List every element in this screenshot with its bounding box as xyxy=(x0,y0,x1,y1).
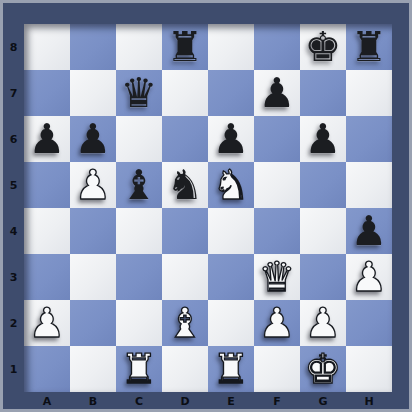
file-label-e: E xyxy=(208,393,254,409)
black-pawn-f7[interactable]: ♟ xyxy=(259,70,296,116)
square-c4[interactable] xyxy=(116,208,162,254)
square-g3[interactable] xyxy=(300,254,346,300)
white-rook-e1[interactable]: ♜ xyxy=(213,346,250,392)
white-pawn-b5[interactable]: ♟ xyxy=(75,162,112,208)
white-pawn-f2[interactable]: ♟ xyxy=(259,300,296,346)
square-a4[interactable] xyxy=(24,208,70,254)
square-f2[interactable]: ♟ xyxy=(254,300,300,346)
square-d1[interactable] xyxy=(162,346,208,392)
square-g7[interactable] xyxy=(300,70,346,116)
square-b4[interactable] xyxy=(70,208,116,254)
rank-label-2: 2 xyxy=(3,300,24,346)
white-pawn-a2[interactable]: ♟ xyxy=(29,300,66,346)
white-knight-e5[interactable]: ♞ xyxy=(213,162,250,208)
square-c6[interactable] xyxy=(116,116,162,162)
square-d4[interactable] xyxy=(162,208,208,254)
square-h5[interactable] xyxy=(346,162,392,208)
black-king-g8[interactable]: ♚ xyxy=(305,24,342,70)
square-a7[interactable] xyxy=(24,70,70,116)
square-h4[interactable]: ♟ xyxy=(346,208,392,254)
white-pawn-h3[interactable]: ♟ xyxy=(351,254,388,300)
square-f7[interactable]: ♟ xyxy=(254,70,300,116)
board-frame: 8 7 6 5 4 3 2 1 ♜♚♜♛♟♟♟♟♟♟♝♞♞♟♛♟♟♝♟♟♜♜♚ … xyxy=(0,0,412,412)
square-c7[interactable]: ♛ xyxy=(116,70,162,116)
square-h8[interactable]: ♜ xyxy=(346,24,392,70)
square-c3[interactable] xyxy=(116,254,162,300)
black-knight-d5[interactable]: ♞ xyxy=(167,162,204,208)
square-g6[interactable]: ♟ xyxy=(300,116,346,162)
square-a8[interactable] xyxy=(24,24,70,70)
square-g4[interactable] xyxy=(300,208,346,254)
file-label-g: G xyxy=(300,393,346,409)
square-e4[interactable] xyxy=(208,208,254,254)
square-c2[interactable] xyxy=(116,300,162,346)
square-c1[interactable]: ♜ xyxy=(116,346,162,392)
square-e6[interactable]: ♟ xyxy=(208,116,254,162)
square-f6[interactable] xyxy=(254,116,300,162)
square-a2[interactable]: ♟ xyxy=(24,300,70,346)
square-d5[interactable]: ♞ xyxy=(162,162,208,208)
square-b5[interactable]: ♟ xyxy=(70,162,116,208)
square-h7[interactable] xyxy=(346,70,392,116)
square-b8[interactable] xyxy=(70,24,116,70)
square-h1[interactable] xyxy=(346,346,392,392)
rank-label-4: 4 xyxy=(3,208,24,254)
file-label-c: C xyxy=(116,393,162,409)
white-rook-c1[interactable]: ♜ xyxy=(121,346,158,392)
white-king-g1[interactable]: ♚ xyxy=(305,346,342,392)
square-d7[interactable] xyxy=(162,70,208,116)
square-e3[interactable] xyxy=(208,254,254,300)
file-label-f: F xyxy=(254,393,300,409)
black-bishop-c5[interactable]: ♝ xyxy=(121,162,158,208)
square-e1[interactable]: ♜ xyxy=(208,346,254,392)
square-b1[interactable] xyxy=(70,346,116,392)
white-bishop-d2[interactable]: ♝ xyxy=(167,300,204,346)
rank-label-8: 8 xyxy=(3,24,24,70)
square-d6[interactable] xyxy=(162,116,208,162)
white-queen-f3[interactable]: ♛ xyxy=(259,254,296,300)
black-queen-c7[interactable]: ♛ xyxy=(121,70,158,116)
square-g1[interactable]: ♚ xyxy=(300,346,346,392)
square-d3[interactable] xyxy=(162,254,208,300)
rank-label-5: 5 xyxy=(3,162,24,208)
square-a1[interactable] xyxy=(24,346,70,392)
black-pawn-b6[interactable]: ♟ xyxy=(75,116,112,162)
square-f8[interactable] xyxy=(254,24,300,70)
square-f3[interactable]: ♛ xyxy=(254,254,300,300)
square-c8[interactable] xyxy=(116,24,162,70)
square-g2[interactable]: ♟ xyxy=(300,300,346,346)
rank-label-1: 1 xyxy=(3,346,24,392)
rank-label-3: 3 xyxy=(3,254,24,300)
square-g5[interactable] xyxy=(300,162,346,208)
square-e8[interactable] xyxy=(208,24,254,70)
square-h6[interactable] xyxy=(346,116,392,162)
black-rook-h8[interactable]: ♜ xyxy=(351,24,388,70)
rank-labels: 8 7 6 5 4 3 2 1 xyxy=(3,24,24,392)
square-f1[interactable] xyxy=(254,346,300,392)
square-h3[interactable]: ♟ xyxy=(346,254,392,300)
square-g8[interactable]: ♚ xyxy=(300,24,346,70)
square-a6[interactable]: ♟ xyxy=(24,116,70,162)
white-pawn-g2[interactable]: ♟ xyxy=(305,300,342,346)
square-e7[interactable] xyxy=(208,70,254,116)
rank-label-7: 7 xyxy=(3,70,24,116)
square-c5[interactable]: ♝ xyxy=(116,162,162,208)
file-label-b: B xyxy=(70,393,116,409)
square-b6[interactable]: ♟ xyxy=(70,116,116,162)
square-a5[interactable] xyxy=(24,162,70,208)
black-rook-d8[interactable]: ♜ xyxy=(167,24,204,70)
black-pawn-g6[interactable]: ♟ xyxy=(305,116,342,162)
file-label-h: H xyxy=(346,393,392,409)
square-e5[interactable]: ♞ xyxy=(208,162,254,208)
rank-label-6: 6 xyxy=(3,116,24,162)
chess-board: ♜♚♜♛♟♟♟♟♟♟♝♞♞♟♛♟♟♝♟♟♜♜♚ xyxy=(24,24,392,392)
square-a3[interactable] xyxy=(24,254,70,300)
file-labels: A B C D E F G H xyxy=(24,393,392,409)
black-pawn-h4[interactable]: ♟ xyxy=(351,208,388,254)
file-label-d: D xyxy=(162,393,208,409)
square-b7[interactable] xyxy=(70,70,116,116)
square-d2[interactable]: ♝ xyxy=(162,300,208,346)
square-e2[interactable] xyxy=(208,300,254,346)
square-f5[interactable] xyxy=(254,162,300,208)
black-pawn-e6[interactable]: ♟ xyxy=(213,116,250,162)
black-pawn-a6[interactable]: ♟ xyxy=(29,116,66,162)
square-b3[interactable] xyxy=(70,254,116,300)
square-b2[interactable] xyxy=(70,300,116,346)
square-d8[interactable]: ♜ xyxy=(162,24,208,70)
file-label-a: A xyxy=(24,393,70,409)
square-h2[interactable] xyxy=(346,300,392,346)
square-f4[interactable] xyxy=(254,208,300,254)
